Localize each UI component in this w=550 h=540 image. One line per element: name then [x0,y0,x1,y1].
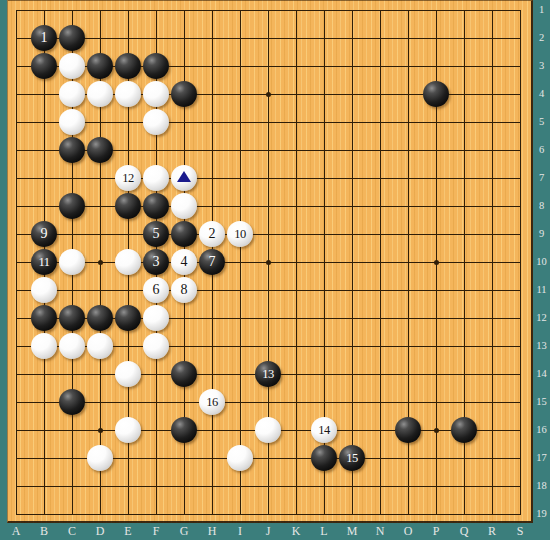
stone-white-I17[interactable] [227,445,253,471]
stone-black-Q16[interactable] [451,417,477,443]
column-label-Q: Q [450,524,478,539]
stone-black-P4[interactable] [423,81,449,107]
row-label-6: 6 [533,144,550,156]
stone-black-D12[interactable] [87,305,113,331]
stone-white-F4[interactable] [143,81,169,107]
column-label-H: H [198,524,226,539]
stone-black-L17[interactable] [311,445,337,471]
stone-white-E14[interactable] [115,361,141,387]
stone-white-L16[interactable]: 14 [311,417,337,443]
stone-white-F11[interactable]: 6 [143,277,169,303]
stone-white-E10[interactable] [115,249,141,275]
stone-black-G4[interactable] [171,81,197,107]
column-label-N: N [366,524,394,539]
move-number-label: 15 [346,445,358,471]
column-label-B: B [30,524,58,539]
stone-black-F3[interactable] [143,53,169,79]
stone-black-G16[interactable] [171,417,197,443]
row-label-16: 16 [533,424,550,436]
column-label-C: C [58,524,86,539]
go-diagram: 11295210113476813161415 ABCDEFGHIJKLMNOP… [0,0,550,540]
row-label-10: 10 [533,256,550,268]
column-label-P: P [422,524,450,539]
stone-white-D17[interactable] [87,445,113,471]
stone-white-G11[interactable]: 8 [171,277,197,303]
column-label-J: J [254,524,282,539]
move-number-label: 1 [41,25,48,51]
stone-white-C5[interactable] [59,109,85,135]
stone-white-F13[interactable] [143,333,169,359]
move-number-label: 8 [181,277,188,303]
move-number-label: 2 [209,221,216,247]
stone-black-D3[interactable] [87,53,113,79]
row-label-9: 9 [533,228,550,240]
row-label-8: 8 [533,200,550,212]
stone-white-G10[interactable]: 4 [171,249,197,275]
column-label-I: I [226,524,254,539]
stone-white-D13[interactable] [87,333,113,359]
stone-black-F10[interactable]: 3 [143,249,169,275]
move-number-label: 5 [153,221,160,247]
move-number-label: 9 [41,221,48,247]
row-label-15: 15 [533,396,550,408]
move-number-label: 13 [262,361,274,387]
move-number-label: 4 [181,249,188,275]
stone-black-F8[interactable] [143,193,169,219]
column-label-G: G [170,524,198,539]
goban[interactable]: 11295210113476813161415 [7,0,533,523]
row-label-14: 14 [533,368,550,380]
column-labels: ABCDEFGHIJKLMNOPQRS [0,523,550,540]
stone-black-E8[interactable] [115,193,141,219]
stone-white-E4[interactable] [115,81,141,107]
stone-white-G7[interactable] [171,165,197,191]
stone-black-G14[interactable] [171,361,197,387]
row-label-13: 13 [533,340,550,352]
stone-black-B9[interactable]: 9 [31,221,57,247]
stone-white-C4[interactable] [59,81,85,107]
stone-white-H9[interactable]: 2 [199,221,225,247]
column-label-M: M [338,524,366,539]
stone-white-J16[interactable] [255,417,281,443]
move-number-label: 7 [209,249,216,275]
move-number-label: 10 [234,221,246,247]
stone-white-C10[interactable] [59,249,85,275]
stone-black-C12[interactable] [59,305,85,331]
stone-black-C2[interactable] [59,25,85,51]
row-label-12: 12 [533,312,550,324]
move-number-label: 3 [153,249,160,275]
stone-black-C6[interactable] [59,137,85,163]
stone-black-B12[interactable] [31,305,57,331]
stone-white-E7[interactable]: 12 [115,165,141,191]
stone-white-H15[interactable]: 16 [199,389,225,415]
stone-black-C15[interactable] [59,389,85,415]
stone-black-F9[interactable]: 5 [143,221,169,247]
move-number-label: 6 [153,277,160,303]
stone-white-D4[interactable] [87,81,113,107]
stone-white-I9[interactable]: 10 [227,221,253,247]
row-label-19: 19 [533,508,550,520]
column-label-L: L [310,524,338,539]
column-label-D: D [86,524,114,539]
stone-white-C3[interactable] [59,53,85,79]
column-label-R: R [478,524,506,539]
row-labels: 12345678910111213141516171819 [533,0,550,523]
stone-white-E16[interactable] [115,417,141,443]
stone-black-B2[interactable]: 1 [31,25,57,51]
stone-black-O16[interactable] [395,417,421,443]
row-label-7: 7 [533,172,550,184]
row-label-17: 17 [533,452,550,464]
row-label-11: 11 [533,284,550,296]
row-label-3: 3 [533,60,550,72]
stone-black-B10[interactable]: 11 [31,249,57,275]
stone-black-G9[interactable] [171,221,197,247]
move-number-label: 12 [122,165,134,191]
move-number-label: 14 [318,417,330,443]
stone-white-F5[interactable] [143,109,169,135]
stone-black-M17[interactable]: 15 [339,445,365,471]
column-label-F: F [142,524,170,539]
stone-black-C8[interactable] [59,193,85,219]
column-label-A: A [2,524,30,539]
stone-black-E12[interactable] [115,305,141,331]
move-number-label: 16 [206,389,218,415]
column-label-O: O [394,524,422,539]
row-label-18: 18 [533,480,550,492]
move-number-label: 11 [38,249,49,275]
row-label-2: 2 [533,32,550,44]
row-label-5: 5 [533,116,550,128]
row-label-4: 4 [533,88,550,100]
stone-black-B3[interactable] [31,53,57,79]
stone-white-F12[interactable] [143,305,169,331]
stone-black-D6[interactable] [87,137,113,163]
stone-white-B13[interactable] [31,333,57,359]
column-label-E: E [114,524,142,539]
column-label-S: S [506,524,534,539]
stone-white-G8[interactable] [171,193,197,219]
stone-black-E3[interactable] [115,53,141,79]
stone-white-C13[interactable] [59,333,85,359]
column-label-K: K [282,524,310,539]
stone-black-H10[interactable]: 7 [199,249,225,275]
stone-black-J14[interactable]: 13 [255,361,281,387]
stones-layer: 11295210113476813161415 [2,0,534,528]
stone-white-F7[interactable] [143,165,169,191]
row-label-1: 1 [533,4,550,16]
stone-white-B11[interactable] [31,277,57,303]
